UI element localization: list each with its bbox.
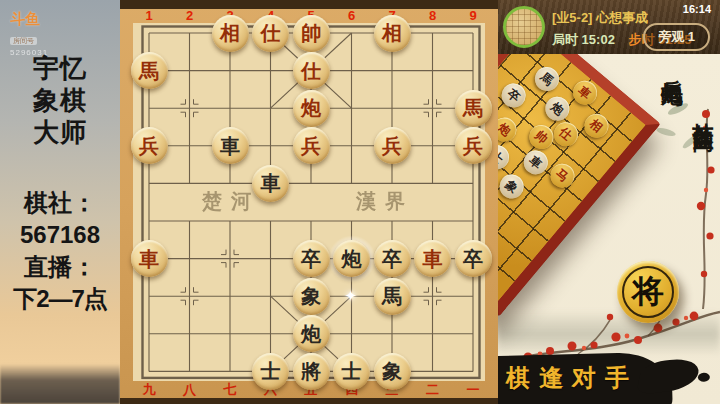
photo-piece-glyph: 马 xyxy=(554,167,571,184)
file-label-top: 2 xyxy=(179,8,201,23)
photo-piece-glyph: 炮 xyxy=(498,121,513,138)
left-sidebar: 斗鱼 房间号 5296031 宇忆 象棋 大师 棋社： 567168 直播： 下… xyxy=(0,0,120,404)
piece-black-馬[interactable]: 馬 xyxy=(374,278,411,315)
piece-glyph: 炮 xyxy=(301,98,321,118)
file-label-bottom: 九 xyxy=(138,381,160,399)
piece-ring xyxy=(622,266,674,318)
file-label-bottom: 一 xyxy=(462,381,484,399)
photo-piece-glyph: 車 xyxy=(576,84,593,101)
photo-piece-象: 象 xyxy=(498,170,528,204)
watercolor-wash xyxy=(498,310,720,354)
file-label-top: 9 xyxy=(462,8,484,23)
piece-glyph: 相 xyxy=(220,23,240,43)
piece-glyph: 卒 xyxy=(382,249,402,269)
douyu-watermark: 斗鱼 房间号 5296031 xyxy=(10,10,48,57)
photo-piece-glyph: 炮 xyxy=(549,100,566,117)
piece-glyph: 士 xyxy=(261,361,281,381)
piece-red-仕[interactable]: 仕 xyxy=(293,52,330,89)
piece-red-相[interactable]: 相 xyxy=(374,15,411,52)
piece-glyph: 將 xyxy=(301,361,321,381)
photo-piece-炮: 炮 xyxy=(541,92,575,126)
piece-red-車[interactable]: 車 xyxy=(414,240,451,277)
piece-red-炮[interactable]: 炮 xyxy=(293,90,330,127)
piece-black-士[interactable]: 士 xyxy=(252,353,289,390)
title-line: 象棋 xyxy=(0,84,120,116)
general-piece-artwork: 将 xyxy=(617,261,679,323)
photo-piece-glyph: 車 xyxy=(527,154,544,171)
streamer-title: 宇忆 象棋 大师 xyxy=(0,52,120,148)
piece-glyph: 兵 xyxy=(463,136,483,156)
piece-glyph: 馬 xyxy=(463,98,483,118)
move-sparkle: ✦ xyxy=(345,287,358,305)
river-label-left: 楚河 xyxy=(202,188,260,215)
system-clock: 16:14 xyxy=(683,3,711,15)
photo-piece-glyph: 仕 xyxy=(557,125,574,142)
photo-piece-glyph: 馬 xyxy=(539,70,556,87)
piece-glyph: 卒 xyxy=(463,249,483,269)
info-line: 567168 xyxy=(0,219,120,251)
photo-piece-卒: 卒 xyxy=(498,79,530,113)
piece-glyph: 車 xyxy=(139,249,159,269)
douyu-logo: 斗鱼 xyxy=(10,10,48,29)
piece-glyph: 馬 xyxy=(382,286,402,306)
piece-black-卒[interactable]: 卒 xyxy=(293,240,330,277)
xiangqi-board[interactable]: 楚河 漢界 123456789九八七六五四三二一✦相仕帥相馬仕炮馬兵兵兵兵車車車… xyxy=(120,0,498,404)
stream-screenshot: 斗鱼 房间号 5296031 宇忆 象棋 大师 棋社： 567168 直播： 下… xyxy=(0,0,720,404)
piece-black-車[interactable]: 車 xyxy=(212,127,249,164)
title-line: 宇忆 xyxy=(0,52,120,84)
calligraphy-column-1: 兵挺炮鸣 xyxy=(658,62,688,70)
piece-glyph: 兵 xyxy=(382,136,402,156)
piece-glyph: 車 xyxy=(220,136,240,156)
photo-piece-車: 車 xyxy=(519,145,553,179)
file-label-top: 1 xyxy=(138,8,160,23)
opponent-top-bar: [业5-2] 心想事成 局时 15:02 步时 01:25 16:14 旁观 1 xyxy=(498,0,720,55)
photo-piece-士: 士 xyxy=(498,140,514,174)
river-label-right: 漢界 xyxy=(356,188,414,215)
banner-text: 棋逢对手 xyxy=(506,362,638,394)
photo-piece-glyph: 象 xyxy=(503,178,520,195)
info-line: 直播： xyxy=(0,251,120,283)
photo-piece-glyph: 士 xyxy=(498,148,506,165)
piece-red-兵[interactable]: 兵 xyxy=(131,127,168,164)
info-line: 下2—7点 xyxy=(0,283,120,315)
photo-piece-仕: 仕 xyxy=(549,117,583,151)
landscape-silhouette xyxy=(0,364,120,404)
opponent-avatar[interactable] xyxy=(503,6,545,48)
file-label-bottom: 二 xyxy=(422,381,444,399)
piece-red-兵[interactable]: 兵 xyxy=(374,127,411,164)
streamer-info: 棋社： 567168 直播： 下2—7点 xyxy=(0,187,120,315)
piece-red-車[interactable]: 車 xyxy=(131,240,168,277)
piece-black-卒[interactable]: 卒 xyxy=(374,240,411,277)
piece-black-車[interactable]: 車 xyxy=(252,165,289,202)
piece-black-象[interactable]: 象 xyxy=(374,353,411,390)
piece-black-象[interactable]: 象 xyxy=(293,278,330,315)
piece-black-炮[interactable]: 炮 xyxy=(333,240,370,277)
piece-glyph: 卒 xyxy=(301,249,321,269)
piece-glyph: 車 xyxy=(261,173,281,193)
piece-black-炮[interactable]: 炮 xyxy=(293,315,330,352)
piece-glyph: 馬 xyxy=(139,61,159,81)
room-number-badge: 房间号 xyxy=(10,37,37,45)
file-label-top: 8 xyxy=(422,8,444,23)
piece-glyph: 象 xyxy=(382,361,402,381)
piece-glyph: 相 xyxy=(382,23,402,43)
file-label-top: 6 xyxy=(341,8,363,23)
piece-glyph: 炮 xyxy=(342,249,362,269)
piece-glyph: 車 xyxy=(423,249,443,269)
piece-glyph: 兵 xyxy=(301,136,321,156)
piece-red-馬[interactable]: 馬 xyxy=(131,52,168,89)
photo-piece-马: 马 xyxy=(545,158,579,192)
piece-glyph: 炮 xyxy=(301,324,321,344)
calligraphy-column-2: 技艺盖世间 xyxy=(689,106,717,116)
piece-black-士[interactable]: 士 xyxy=(333,353,370,390)
opponent-name: [业5-2] 心想事成 xyxy=(552,9,648,27)
title-line: 大师 xyxy=(0,116,120,148)
piece-red-帥[interactable]: 帥 xyxy=(293,15,330,52)
game-time: 局时 15:02 xyxy=(552,32,615,47)
info-line: 棋社： xyxy=(0,187,120,219)
piece-glyph: 士 xyxy=(342,361,362,381)
game-app-panel: [业5-2] 心想事成 局时 15:02 步时 01:25 16:14 旁观 1… xyxy=(498,0,720,404)
photo-piece-車: 車 xyxy=(568,75,602,109)
piece-glyph: 仕 xyxy=(301,61,321,81)
photo-piece-glyph: 帅 xyxy=(533,129,550,146)
piece-glyph: 帥 xyxy=(301,23,321,43)
photo-piece-相: 相 xyxy=(579,109,613,143)
piece-glyph: 象 xyxy=(301,286,321,306)
piece-black-將[interactable]: 將 xyxy=(293,353,330,390)
poster-area: 車馬相炮仕卒帅炮車马士象兵将 xyxy=(498,54,720,404)
piece-glyph: 兵 xyxy=(139,136,159,156)
piece-glyph: 仕 xyxy=(261,23,281,43)
piece-red-兵[interactable]: 兵 xyxy=(455,127,492,164)
file-label-bottom: 八 xyxy=(179,381,201,399)
spectators-button[interactable]: 旁观 1 xyxy=(643,23,710,51)
photo-piece-炮: 炮 xyxy=(498,113,521,147)
photo-piece-glyph: 卒 xyxy=(505,87,522,104)
piece-red-仕[interactable]: 仕 xyxy=(252,15,289,52)
photo-piece-glyph: 相 xyxy=(588,117,605,134)
piece-red-兵[interactable]: 兵 xyxy=(293,127,330,164)
piece-black-卒[interactable]: 卒 xyxy=(455,240,492,277)
photo-piece-馬: 馬 xyxy=(530,62,564,96)
piece-red-馬[interactable]: 馬 xyxy=(455,90,492,127)
file-label-bottom: 七 xyxy=(219,381,241,399)
photo-piece-帅: 帅 xyxy=(525,120,559,154)
piece-red-相[interactable]: 相 xyxy=(212,15,249,52)
